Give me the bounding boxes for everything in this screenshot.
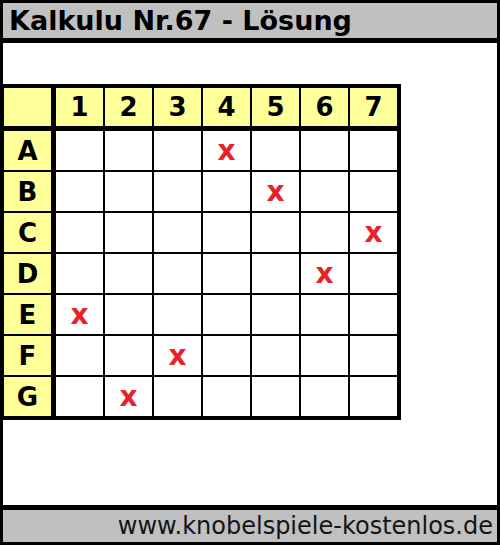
row-header-G: G xyxy=(4,377,51,416)
col-header-1: 1 xyxy=(56,88,103,126)
cell-A7 xyxy=(350,131,397,170)
cell-D6-mark: x xyxy=(301,254,348,293)
cell-D4 xyxy=(203,254,250,293)
cell-B1 xyxy=(56,172,103,211)
board-body: ABCDEFG xxxxxxx xyxy=(4,131,397,416)
cell-A1 xyxy=(56,131,103,170)
cell-E3 xyxy=(154,295,201,334)
cell-F1 xyxy=(56,336,103,375)
row-header-D: D xyxy=(4,254,51,293)
cell-A2 xyxy=(105,131,152,170)
cell-B5-mark: x xyxy=(252,172,299,211)
cell-D1 xyxy=(56,254,103,293)
col-header-5: 5 xyxy=(252,88,299,126)
cell-C7-mark: x xyxy=(350,213,397,252)
row-header-A: A xyxy=(4,131,51,170)
cell-E5 xyxy=(252,295,299,334)
cell-grid: xxxxxxx xyxy=(56,131,397,416)
col-header-7: 7 xyxy=(350,88,397,126)
cell-G4 xyxy=(203,377,250,416)
cell-C2 xyxy=(105,213,152,252)
cell-F3-mark: x xyxy=(154,336,201,375)
cell-B7 xyxy=(350,172,397,211)
cell-D3 xyxy=(154,254,201,293)
column-header-row: 1234567 xyxy=(4,88,397,126)
cell-D2 xyxy=(105,254,152,293)
row-header-F: F xyxy=(4,336,51,375)
puzzle-board: 1234567 ABCDEFG xxxxxxx xyxy=(0,84,401,420)
col-header-2: 2 xyxy=(105,88,152,126)
cell-G5 xyxy=(252,377,299,416)
cell-E2 xyxy=(105,295,152,334)
cell-E6 xyxy=(301,295,348,334)
cell-D7 xyxy=(350,254,397,293)
cell-G1 xyxy=(56,377,103,416)
col-header-4: 4 xyxy=(203,88,250,126)
cell-B6 xyxy=(301,172,348,211)
cell-G6 xyxy=(301,377,348,416)
cell-B4 xyxy=(203,172,250,211)
website-url: www.knobelspiele-kostenlos.de xyxy=(118,512,493,540)
cell-A3 xyxy=(154,131,201,170)
col-header-3: 3 xyxy=(154,88,201,126)
corner-cell xyxy=(4,88,51,126)
cell-A4-mark: x xyxy=(203,131,250,170)
cell-C5 xyxy=(252,213,299,252)
title-bar: Kalkulu Nr.67 - Lösung xyxy=(3,3,497,43)
cell-D5 xyxy=(252,254,299,293)
cell-G2-mark: x xyxy=(105,377,152,416)
cell-E1-mark: x xyxy=(56,295,103,334)
cell-E7 xyxy=(350,295,397,334)
cell-F7 xyxy=(350,336,397,375)
cell-C6 xyxy=(301,213,348,252)
cell-A5 xyxy=(252,131,299,170)
puzzle-page: Kalkulu Nr.67 - Lösung 1234567 ABCDEFG x… xyxy=(0,0,500,545)
cell-C1 xyxy=(56,213,103,252)
footer-bar: www.knobelspiele-kostenlos.de xyxy=(3,505,497,542)
page-title: Kalkulu Nr.67 - Lösung xyxy=(3,5,352,36)
row-header-C: C xyxy=(4,213,51,252)
cell-F6 xyxy=(301,336,348,375)
cell-B2 xyxy=(105,172,152,211)
cell-F2 xyxy=(105,336,152,375)
cell-C4 xyxy=(203,213,250,252)
cell-A6 xyxy=(301,131,348,170)
cell-C3 xyxy=(154,213,201,252)
row-header-E: E xyxy=(4,295,51,334)
row-header-column: ABCDEFG xyxy=(4,131,51,416)
col-header-6: 6 xyxy=(301,88,348,126)
cell-G7 xyxy=(350,377,397,416)
cell-F5 xyxy=(252,336,299,375)
cell-F4 xyxy=(203,336,250,375)
cell-B3 xyxy=(154,172,201,211)
cell-E4 xyxy=(203,295,250,334)
cell-G3 xyxy=(154,377,201,416)
row-header-B: B xyxy=(4,172,51,211)
